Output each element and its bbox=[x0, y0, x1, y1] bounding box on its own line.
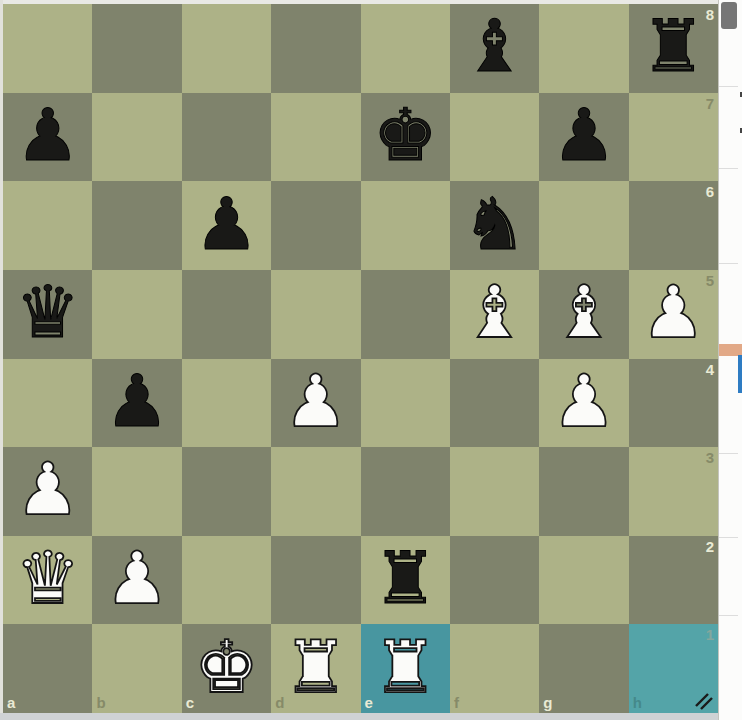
square-g6[interactable] bbox=[539, 181, 628, 270]
square-a1[interactable]: a bbox=[3, 624, 92, 713]
file-label-f: f bbox=[454, 695, 459, 710]
square-b1[interactable]: b bbox=[92, 624, 181, 713]
page-background-bottom bbox=[0, 713, 718, 720]
square-b7[interactable] bbox=[92, 93, 181, 182]
square-a5[interactable]: ♛ bbox=[3, 270, 92, 359]
square-d8[interactable] bbox=[271, 4, 360, 93]
square-e5[interactable] bbox=[361, 270, 450, 359]
rank-label-7: 7 bbox=[706, 96, 714, 111]
file-label-b: b bbox=[96, 695, 105, 710]
rank-label-4: 4 bbox=[706, 362, 714, 377]
file-label-a: a bbox=[7, 695, 15, 710]
square-c5[interactable] bbox=[182, 270, 271, 359]
square-b5[interactable] bbox=[92, 270, 181, 359]
square-f2[interactable] bbox=[450, 536, 539, 625]
piece-white-rook[interactable]: ♜ bbox=[271, 622, 360, 711]
square-a7[interactable]: ♟ bbox=[3, 93, 92, 182]
square-c3[interactable] bbox=[182, 447, 271, 536]
square-e4[interactable] bbox=[361, 359, 450, 448]
chess-board: ♝8♜♟♚♟7♟♞6♛♝♝5♟♟♟♟4♟3♛♟♜2abc♚d♜e♜fg1h bbox=[3, 4, 718, 713]
square-f6[interactable]: ♞ bbox=[450, 181, 539, 270]
square-d2[interactable] bbox=[271, 536, 360, 625]
rank-label-6: 6 bbox=[706, 184, 714, 199]
panel-separator bbox=[719, 453, 738, 454]
square-b8[interactable] bbox=[92, 4, 181, 93]
square-h8[interactable]: 8♜ bbox=[629, 4, 718, 93]
square-d7[interactable] bbox=[271, 93, 360, 182]
piece-black-rook[interactable]: ♜ bbox=[629, 2, 718, 91]
piece-black-pawn[interactable]: ♟ bbox=[182, 179, 271, 268]
board-resize-handle-icon[interactable] bbox=[694, 692, 714, 711]
square-h6[interactable]: 6 bbox=[629, 181, 718, 270]
piece-black-pawn[interactable]: ♟ bbox=[92, 357, 181, 446]
piece-white-bishop[interactable]: ♝ bbox=[450, 268, 539, 357]
square-b2[interactable]: ♟ bbox=[92, 536, 181, 625]
panel-separator bbox=[719, 537, 738, 538]
piece-black-pawn[interactable]: ♟ bbox=[539, 91, 628, 180]
square-h4[interactable]: 4 bbox=[629, 359, 718, 448]
square-a4[interactable] bbox=[3, 359, 92, 448]
scrollbar-thumb[interactable] bbox=[721, 2, 737, 29]
panel-separator bbox=[719, 263, 738, 264]
square-d4[interactable]: ♟ bbox=[271, 359, 360, 448]
square-g2[interactable] bbox=[539, 536, 628, 625]
square-d1[interactable]: d♜ bbox=[271, 624, 360, 713]
piece-white-pawn[interactable]: ♟ bbox=[629, 268, 718, 357]
square-g3[interactable] bbox=[539, 447, 628, 536]
square-c1[interactable]: c♚ bbox=[182, 624, 271, 713]
square-h7[interactable]: 7 bbox=[629, 93, 718, 182]
square-g4[interactable]: ♟ bbox=[539, 359, 628, 448]
square-a2[interactable]: ♛ bbox=[3, 536, 92, 625]
panel-separator bbox=[719, 86, 738, 87]
rank-label-3: 3 bbox=[706, 450, 714, 465]
piece-white-queen[interactable]: ♛ bbox=[3, 534, 92, 623]
square-a8[interactable] bbox=[3, 4, 92, 93]
square-a3[interactable]: ♟ bbox=[3, 447, 92, 536]
square-f4[interactable] bbox=[450, 359, 539, 448]
square-e7[interactable]: ♚ bbox=[361, 93, 450, 182]
square-c6[interactable]: ♟ bbox=[182, 181, 271, 270]
file-label-g: g bbox=[543, 695, 552, 710]
panel-separator bbox=[719, 615, 738, 616]
piece-white-pawn[interactable]: ♟ bbox=[539, 357, 628, 446]
square-h5[interactable]: 5♟ bbox=[629, 270, 718, 359]
piece-black-pawn[interactable]: ♟ bbox=[3, 91, 92, 180]
square-g7[interactable]: ♟ bbox=[539, 93, 628, 182]
square-b6[interactable] bbox=[92, 181, 181, 270]
file-label-h: h bbox=[633, 695, 642, 710]
panel-blue-marker bbox=[738, 355, 742, 393]
square-h3[interactable]: 3 bbox=[629, 447, 718, 536]
rank-label-2: 2 bbox=[706, 539, 714, 554]
piece-white-bishop[interactable]: ♝ bbox=[539, 268, 628, 357]
square-a6[interactable] bbox=[3, 181, 92, 270]
piece-white-rook[interactable]: ♜ bbox=[361, 622, 450, 711]
square-g5[interactable]: ♝ bbox=[539, 270, 628, 359]
square-f5[interactable]: ♝ bbox=[450, 270, 539, 359]
square-d6[interactable] bbox=[271, 181, 360, 270]
square-f8[interactable]: ♝ bbox=[450, 4, 539, 93]
square-f1[interactable]: f bbox=[450, 624, 539, 713]
piece-black-rook[interactable]: ♜ bbox=[361, 534, 450, 623]
square-c7[interactable] bbox=[182, 93, 271, 182]
square-c8[interactable] bbox=[182, 4, 271, 93]
square-b3[interactable] bbox=[92, 447, 181, 536]
piece-white-pawn[interactable]: ♟ bbox=[3, 445, 92, 534]
square-d5[interactable] bbox=[271, 270, 360, 359]
rank-label-1: 1 bbox=[706, 627, 714, 642]
square-e2[interactable]: ♜ bbox=[361, 536, 450, 625]
square-e3[interactable] bbox=[361, 447, 450, 536]
piece-white-king[interactable]: ♚ bbox=[182, 622, 271, 711]
piece-black-bishop[interactable]: ♝ bbox=[450, 2, 539, 91]
piece-black-queen[interactable]: ♛ bbox=[3, 268, 92, 357]
square-e6[interactable] bbox=[361, 181, 450, 270]
square-c4[interactable] bbox=[182, 359, 271, 448]
piece-black-king[interactable]: ♚ bbox=[361, 91, 450, 180]
square-b4[interactable]: ♟ bbox=[92, 359, 181, 448]
piece-white-pawn[interactable]: ♟ bbox=[92, 534, 181, 623]
square-f7[interactable] bbox=[450, 93, 539, 182]
piece-white-pawn[interactable]: ♟ bbox=[271, 357, 360, 446]
square-e8[interactable] bbox=[361, 4, 450, 93]
right-scroll-panel[interactable] bbox=[718, 0, 742, 720]
panel-separator bbox=[719, 168, 738, 169]
square-e1[interactable]: e♜ bbox=[361, 624, 450, 713]
square-g8[interactable] bbox=[539, 4, 628, 93]
square-c2[interactable] bbox=[182, 536, 271, 625]
piece-black-knight[interactable]: ♞ bbox=[450, 179, 539, 268]
square-f3[interactable] bbox=[450, 447, 539, 536]
square-g1[interactable]: g bbox=[539, 624, 628, 713]
square-h2[interactable]: 2 bbox=[629, 536, 718, 625]
square-d3[interactable] bbox=[271, 447, 360, 536]
